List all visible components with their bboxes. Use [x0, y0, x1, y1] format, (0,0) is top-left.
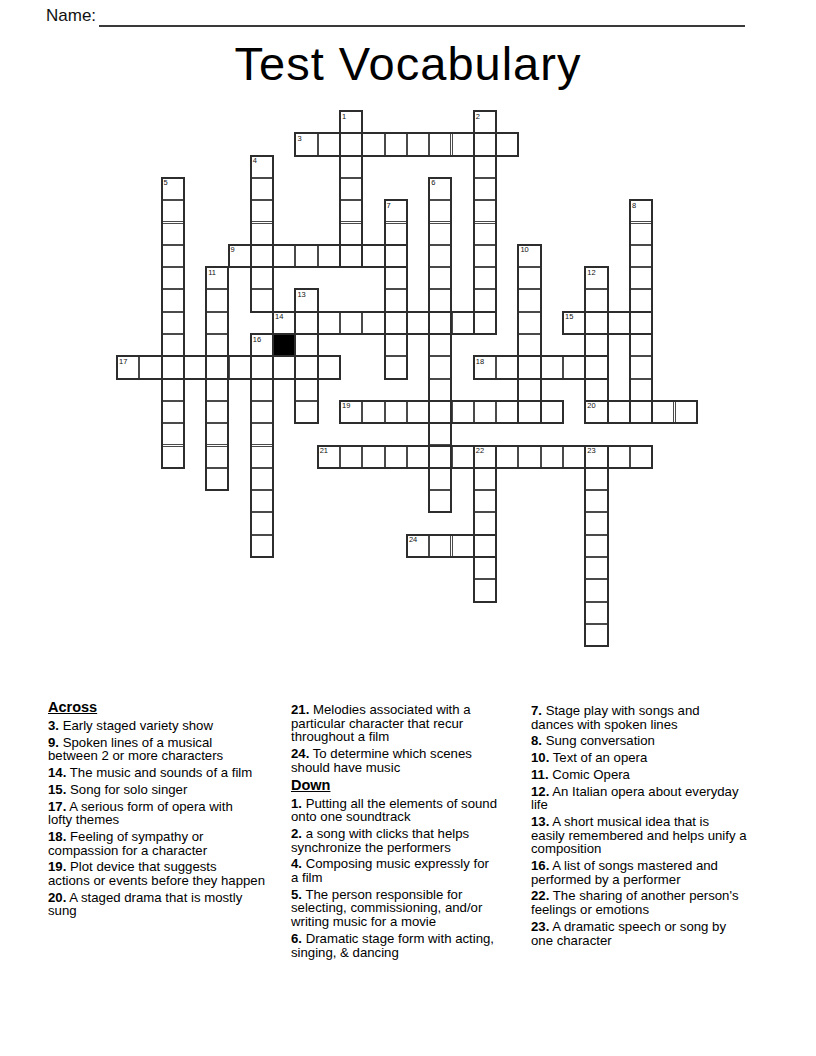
grid-cell[interactable]	[518, 312, 540, 334]
grid-cell[interactable]	[340, 133, 362, 155]
grid-cell[interactable]	[630, 223, 652, 245]
grid-cell[interactable]	[206, 289, 228, 311]
grid-cell[interactable]	[184, 356, 206, 378]
grid-cell[interactable]	[318, 446, 340, 468]
grid-cell[interactable]	[251, 468, 273, 490]
grid-cell[interactable]	[385, 356, 407, 378]
clue-down-23: 23. A dramatic speech or song by one cha…	[531, 920, 771, 947]
grid-cell[interactable]	[630, 446, 652, 468]
grid-cell[interactable]	[385, 289, 407, 311]
grid-cell[interactable]	[251, 223, 273, 245]
clue-number-label: 16.	[531, 858, 549, 873]
grid-cell[interactable]	[162, 178, 184, 200]
grid-cell[interactable]	[251, 289, 273, 311]
grid-cell[interactable]	[630, 401, 652, 423]
grid-cell[interactable]	[162, 446, 184, 468]
grid-cell[interactable]	[496, 446, 518, 468]
grid-cell[interactable]	[585, 579, 607, 601]
grid-cell[interactable]	[362, 245, 384, 267]
grid-cell[interactable]	[474, 401, 496, 423]
grid-cell[interactable]	[407, 401, 429, 423]
grid-cell[interactable]	[474, 223, 496, 245]
grid-cell[interactable]	[474, 111, 496, 133]
grid-cell[interactable]	[429, 223, 451, 245]
grid-cell[interactable]	[162, 379, 184, 401]
grid-cell[interactable]	[474, 178, 496, 200]
grid-cell[interactable]	[518, 289, 540, 311]
grid-cell[interactable]	[585, 356, 607, 378]
grid-cell[interactable]	[675, 401, 697, 423]
grid-cell[interactable]	[206, 423, 228, 445]
clue-down-7: 7. Stage play with songs and dances with…	[531, 704, 771, 731]
grid-cell[interactable]	[385, 133, 407, 155]
grid-cell[interactable]	[563, 312, 585, 334]
clue-number-label: 11.	[531, 767, 549, 782]
grid-cell[interactable]	[340, 156, 362, 178]
grid-cell[interactable]	[474, 468, 496, 490]
grid-cell[interactable]	[518, 334, 540, 356]
grid-cell[interactable]	[251, 156, 273, 178]
grid-cell[interactable]	[429, 245, 451, 267]
grid-cell[interactable]	[541, 401, 563, 423]
grid-cell[interactable]	[429, 133, 451, 155]
grid-cell[interactable]	[162, 289, 184, 311]
clue-across-15: 15. Song for solo singer	[48, 783, 288, 797]
grid-cell[interactable]	[251, 512, 273, 534]
grid-cell[interactable]	[251, 200, 273, 222]
grid-cell[interactable]	[340, 446, 362, 468]
grid-cell[interactable]	[385, 312, 407, 334]
grid-cell[interactable]	[385, 245, 407, 267]
grid-cell[interactable]	[385, 401, 407, 423]
clue-down-16: 16. A list of songs mastered and perform…	[531, 859, 771, 886]
clue-down-12: 12. An Italian opera about everyday life	[531, 785, 771, 812]
clue-down-1: 1. Putting all the elements of sound ont…	[291, 797, 529, 824]
clue-number-label: 20.	[48, 890, 66, 905]
grid-cell[interactable]	[206, 468, 228, 490]
clue-number-label: 23.	[531, 919, 549, 934]
grid-cell[interactable]	[429, 379, 451, 401]
grid-cell[interactable]	[541, 446, 563, 468]
clue-across-24: 24. To determine which scenes should hav…	[291, 747, 529, 774]
clue-number-label: 7.	[531, 703, 542, 718]
clue-number-label: 10.	[531, 750, 549, 765]
clue-number-label: 1.	[291, 796, 302, 811]
grid-cell[interactable]	[474, 245, 496, 267]
grid-cell[interactable]	[585, 512, 607, 534]
clue-number-label: 5.	[291, 887, 302, 902]
clue-number-label: 8.	[531, 733, 542, 748]
clue-down-13: 13. A short musical idea that is easily …	[531, 815, 771, 856]
grid-cell[interactable]	[630, 245, 652, 267]
grid-cell[interactable]	[563, 446, 585, 468]
grid-cell[interactable]	[474, 446, 496, 468]
grid-cell[interactable]	[385, 267, 407, 289]
grid-cell[interactable]	[251, 245, 273, 267]
clue-across-21: 21. Melodies associated with a particula…	[291, 703, 529, 744]
grid-cell[interactable]	[518, 356, 540, 378]
grid-cell[interactable]	[518, 267, 540, 289]
grid-cell[interactable]	[162, 423, 184, 445]
grid-cell[interactable]	[474, 267, 496, 289]
clue-across-17: 17. A serious form of opera with lofty t…	[48, 800, 288, 827]
grid-cell[interactable]	[139, 356, 161, 378]
grid-cell[interactable]	[518, 379, 540, 401]
grid-cell[interactable]	[474, 200, 496, 222]
grid-cell[interactable]	[407, 446, 429, 468]
grid-cell[interactable]	[318, 356, 340, 378]
grid-cell[interactable]	[162, 223, 184, 245]
grid-cell[interactable]	[429, 446, 451, 468]
grid-cell[interactable]	[340, 401, 362, 423]
grid-cell[interactable]	[652, 401, 674, 423]
grid-cell[interactable]	[474, 289, 496, 311]
grid-cell[interactable]	[474, 312, 496, 334]
grid-cell[interactable]	[608, 446, 630, 468]
grid-cell[interactable]	[541, 356, 563, 378]
grid-cell[interactable]	[362, 312, 384, 334]
grid-cell[interactable]	[585, 557, 607, 579]
clues-column-3: 7. Stage play with songs and dances with…	[531, 704, 771, 950]
grid-cell[interactable]	[407, 133, 429, 155]
grid-cell[interactable]	[251, 423, 273, 445]
grid-cell[interactable]	[407, 535, 429, 557]
clue-down-5: 5. The person responsible for selecting,…	[291, 888, 529, 929]
grid-cell[interactable]	[206, 446, 228, 468]
grid-cell[interactable]	[229, 245, 251, 267]
clues-column-2: 21. Melodies associated with a particula…	[291, 703, 529, 962]
grid-cell[interactable]	[429, 200, 451, 222]
grid-cell[interactable]	[496, 401, 518, 423]
clues-column-1: Across3. Early staged variety show9. Spo…	[48, 700, 288, 921]
clue-across-14: 14. The music and sounds of a film	[48, 766, 288, 780]
grid-cell[interactable]	[340, 178, 362, 200]
grid-cell[interactable]	[585, 468, 607, 490]
grid-cell[interactable]	[474, 356, 496, 378]
grid-cell[interactable]	[162, 245, 184, 267]
grid-cell[interactable]	[295, 356, 317, 378]
grid-cell[interactable]	[429, 535, 451, 557]
black-cell	[273, 334, 295, 356]
clue-number-label: 4.	[291, 856, 302, 871]
grid-cell[interactable]	[630, 334, 652, 356]
grid-cell[interactable]	[318, 312, 340, 334]
grid-cell[interactable]	[251, 334, 273, 356]
clue-across-20: 20. A staged drama that is mostly sung	[48, 891, 288, 918]
grid-cell[interactable]	[563, 356, 585, 378]
clue-down-8: 8. Sung conversation	[531, 734, 771, 748]
grid-cell[interactable]	[630, 200, 652, 222]
grid-cell[interactable]	[608, 312, 630, 334]
clue-down-6: 6. Dramatic stage form with acting, sing…	[291, 932, 529, 959]
grid-cell[interactable]	[251, 401, 273, 423]
grid-cell[interactable]	[206, 267, 228, 289]
grid-cell[interactable]	[295, 133, 317, 155]
grid-cell[interactable]	[429, 468, 451, 490]
grid-cell[interactable]	[206, 312, 228, 334]
clue-number-label: 24.	[291, 746, 309, 761]
grid-cell[interactable]	[340, 245, 362, 267]
clue-down-4: 4. Composing music expressly for a film	[291, 857, 529, 884]
grid-cell[interactable]	[362, 401, 384, 423]
grid-cell[interactable]	[630, 356, 652, 378]
grid-cell[interactable]	[407, 312, 429, 334]
grid-cell[interactable]	[585, 312, 607, 334]
grid-cell[interactable]	[385, 446, 407, 468]
grid-cell[interactable]	[585, 379, 607, 401]
grid-cell[interactable]	[452, 535, 474, 557]
grid-cell[interactable]	[429, 401, 451, 423]
grid-cell[interactable]	[452, 133, 474, 155]
clue-number-label: 19.	[48, 859, 66, 874]
grid-cell[interactable]	[585, 490, 607, 512]
grid-cell[interactable]	[474, 535, 496, 557]
clue-number-label: 3.	[48, 718, 59, 733]
clue-down-10: 10. Text of an opera	[531, 751, 771, 765]
clue-down-11: 11. Comic Opera	[531, 768, 771, 782]
grid-cell[interactable]	[295, 245, 317, 267]
grid-cell[interactable]	[251, 446, 273, 468]
grid-cell[interactable]	[206, 401, 228, 423]
grid-cell[interactable]	[251, 267, 273, 289]
grid-cell[interactable]	[162, 312, 184, 334]
grid-cell[interactable]	[340, 200, 362, 222]
grid-cell[interactable]	[206, 379, 228, 401]
grid-cell[interactable]	[162, 200, 184, 222]
grid-cell[interactable]	[474, 579, 496, 601]
grid-cell[interactable]	[206, 356, 228, 378]
grid-cell[interactable]	[429, 356, 451, 378]
grid-cell[interactable]	[474, 133, 496, 155]
grid-cell[interactable]	[518, 446, 540, 468]
grid-cell[interactable]	[608, 401, 630, 423]
clue-number-label: 12.	[531, 784, 549, 799]
clue-across-19: 19. Plot device that suggests actions or…	[48, 860, 288, 887]
grid-cell[interactable]	[429, 423, 451, 445]
grid-cell[interactable]	[474, 557, 496, 579]
clue-number-label: 14.	[48, 765, 66, 780]
grid-cell[interactable]	[295, 379, 317, 401]
grid-cell[interactable]	[295, 401, 317, 423]
grid-cell[interactable]	[585, 624, 607, 646]
grid-cell[interactable]	[585, 289, 607, 311]
grid-cell[interactable]	[518, 401, 540, 423]
clue-across-9: 9. Spoken lines of a musical between 2 o…	[48, 736, 288, 763]
clue-number-label: 18.	[48, 829, 66, 844]
grid-cell[interactable]	[295, 334, 317, 356]
grid-cell[interactable]	[318, 245, 340, 267]
grid-cell[interactable]	[362, 133, 384, 155]
clue-number-label: 15.	[48, 782, 66, 797]
grid-cell[interactable]	[273, 245, 295, 267]
grid-cell[interactable]	[429, 267, 451, 289]
clue-across-18: 18. Feeling of sympathy or compassion fo…	[48, 830, 288, 857]
grid-cell[interactable]	[429, 312, 451, 334]
grid-cell[interactable]	[385, 334, 407, 356]
grid-cell[interactable]	[630, 312, 652, 334]
grid-cell[interactable]	[206, 334, 228, 356]
grid-cell[interactable]	[585, 446, 607, 468]
down-heading: Down	[291, 778, 529, 793]
grid-cell[interactable]	[229, 356, 251, 378]
grid-cell[interactable]	[162, 334, 184, 356]
grid-cell[interactable]	[318, 133, 340, 155]
grid-cell[interactable]	[474, 156, 496, 178]
grid-cell[interactable]	[385, 223, 407, 245]
grid-cell[interactable]	[429, 289, 451, 311]
grid-cell[interactable]	[496, 133, 518, 155]
clue-number-label: 13.	[531, 814, 549, 829]
grid-cell[interactable]	[496, 356, 518, 378]
grid-cell[interactable]	[295, 289, 317, 311]
grid-cell[interactable]	[630, 289, 652, 311]
clue-number-label: 9.	[48, 735, 59, 750]
clue-number-label: 22.	[531, 888, 549, 903]
grid-cell[interactable]	[585, 267, 607, 289]
clue-number-label: 21.	[291, 702, 309, 717]
across-heading: Across	[48, 700, 288, 715]
grid-cell[interactable]	[630, 267, 652, 289]
grid-cell[interactable]	[362, 446, 384, 468]
grid-cell[interactable]	[251, 356, 273, 378]
grid-cell[interactable]	[385, 200, 407, 222]
grid-cell[interactable]	[585, 334, 607, 356]
grid-cell[interactable]	[251, 490, 273, 512]
grid-cell[interactable]	[452, 401, 474, 423]
grid-cell[interactable]	[585, 401, 607, 423]
grid-cell[interactable]	[340, 312, 362, 334]
grid-cell[interactable]	[295, 312, 317, 334]
grid-cell[interactable]	[429, 334, 451, 356]
clue-across-3: 3. Early staged variety show	[48, 719, 288, 733]
grid-cell[interactable]	[630, 379, 652, 401]
clue-number-label: 6.	[291, 931, 302, 946]
clue-down-22: 22. The sharing of another person's feel…	[531, 889, 771, 916]
clue-number-label: 2.	[291, 826, 302, 841]
grid-cell[interactable]	[273, 312, 295, 334]
grid-cell[interactable]	[340, 223, 362, 245]
grid-cell[interactable]	[273, 356, 295, 378]
grid-cell[interactable]	[452, 446, 474, 468]
grid-cell[interactable]	[340, 111, 362, 133]
grid-cell[interactable]	[585, 535, 607, 557]
grid-cell[interactable]	[251, 178, 273, 200]
grid-cell[interactable]	[429, 490, 451, 512]
clue-number-label: 17.	[48, 799, 66, 814]
grid-cell[interactable]	[162, 356, 184, 378]
grid-cell[interactable]	[162, 267, 184, 289]
grid-cell[interactable]	[251, 535, 273, 557]
grid-cell[interactable]	[251, 379, 273, 401]
clue-down-2: 2. a song with clicks that helps synchro…	[291, 827, 529, 854]
grid-cell[interactable]	[452, 312, 474, 334]
grid-cell[interactable]	[518, 245, 540, 267]
grid-cell[interactable]	[162, 401, 184, 423]
grid-cell[interactable]	[474, 512, 496, 534]
grid-cell[interactable]	[474, 490, 496, 512]
grid-cell[interactable]	[585, 602, 607, 624]
grid-cell[interactable]	[117, 356, 139, 378]
grid-cell[interactable]	[429, 178, 451, 200]
